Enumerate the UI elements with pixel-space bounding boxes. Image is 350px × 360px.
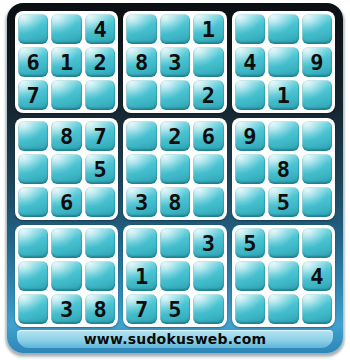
cell-r7c8[interactable]	[268, 228, 298, 258]
cell-r5c9[interactable]	[302, 154, 332, 184]
cell-r5c1[interactable]	[18, 154, 48, 184]
cell-r9c4: 7	[126, 294, 156, 324]
cell-r5c2[interactable]	[51, 154, 81, 184]
box-3-3: 54	[232, 225, 335, 327]
cell-r6c3[interactable]	[85, 187, 115, 217]
cell-r9c8[interactable]	[268, 294, 298, 324]
cell-r8c3[interactable]	[85, 261, 115, 291]
cell-r7c5[interactable]	[160, 228, 190, 258]
box-2-3: 985	[232, 118, 335, 220]
cell-r6c1[interactable]	[18, 187, 48, 217]
cell-r1c3: 4	[85, 14, 115, 44]
cell-r3c1: 7	[18, 80, 48, 110]
cell-r3c4[interactable]	[126, 80, 156, 110]
cell-r7c3[interactable]	[85, 228, 115, 258]
cell-r4c3: 7	[85, 121, 115, 151]
cell-r3c9[interactable]	[302, 80, 332, 110]
cell-r6c2: 6	[51, 187, 81, 217]
cell-r4c6: 6	[193, 121, 223, 151]
site-url: www.sudokusweb.com	[84, 331, 267, 347]
cell-r6c8: 5	[268, 187, 298, 217]
cell-r2c4: 8	[126, 47, 156, 77]
cell-r4c5: 2	[160, 121, 190, 151]
box-3-2: 3175	[123, 225, 226, 327]
box-3-1: 38	[15, 225, 118, 327]
cell-r2c9: 9	[302, 47, 332, 77]
cell-r6c4: 3	[126, 187, 156, 217]
cell-r2c5: 3	[160, 47, 190, 77]
cell-r5c8: 8	[268, 154, 298, 184]
cell-r8c8[interactable]	[268, 261, 298, 291]
cell-r5c4[interactable]	[126, 154, 156, 184]
cell-r8c5[interactable]	[160, 261, 190, 291]
cell-r5c7[interactable]	[235, 154, 265, 184]
cell-r3c3[interactable]	[85, 80, 115, 110]
cell-r6c5: 8	[160, 187, 190, 217]
cell-r7c6: 3	[193, 228, 223, 258]
cell-r8c6[interactable]	[193, 261, 223, 291]
box-1-3: 491	[232, 11, 335, 113]
cell-r2c1: 6	[18, 47, 48, 77]
cell-r9c6[interactable]	[193, 294, 223, 324]
cell-r2c2: 1	[51, 47, 81, 77]
cell-r8c9: 4	[302, 261, 332, 291]
cell-r5c3: 5	[85, 154, 115, 184]
cell-r9c2: 3	[51, 294, 81, 324]
cell-r9c5: 5	[160, 294, 190, 324]
sudoku-grid: 4612718324918756263898538317554	[15, 11, 335, 327]
cell-r1c8[interactable]	[268, 14, 298, 44]
cell-r3c8: 1	[268, 80, 298, 110]
cell-r9c3: 8	[85, 294, 115, 324]
cell-r3c6: 2	[193, 80, 223, 110]
cell-r6c6[interactable]	[193, 187, 223, 217]
cell-r7c2[interactable]	[51, 228, 81, 258]
cell-r1c2[interactable]	[51, 14, 81, 44]
cell-r4c9[interactable]	[302, 121, 332, 151]
cell-r1c5[interactable]	[160, 14, 190, 44]
cell-r1c9[interactable]	[302, 14, 332, 44]
cell-r1c6: 1	[193, 14, 223, 44]
cell-r2c3: 2	[85, 47, 115, 77]
cell-r8c7[interactable]	[235, 261, 265, 291]
cell-r4c2: 8	[51, 121, 81, 151]
footer-band: www.sudokusweb.com	[17, 330, 333, 348]
cell-r3c2[interactable]	[51, 80, 81, 110]
cell-r7c9[interactable]	[302, 228, 332, 258]
cell-r6c7[interactable]	[235, 187, 265, 217]
cell-r2c8[interactable]	[268, 47, 298, 77]
cell-r1c7[interactable]	[235, 14, 265, 44]
cell-r4c7: 9	[235, 121, 265, 151]
cell-r8c1[interactable]	[18, 261, 48, 291]
box-2-2: 2638	[123, 118, 226, 220]
box-2-1: 8756	[15, 118, 118, 220]
cell-r5c6[interactable]	[193, 154, 223, 184]
cell-r3c7[interactable]	[235, 80, 265, 110]
box-1-2: 1832	[123, 11, 226, 113]
cell-r3c5[interactable]	[160, 80, 190, 110]
cell-r7c7: 5	[235, 228, 265, 258]
box-1-1: 46127	[15, 11, 118, 113]
sudoku-board: 4612718324918756263898538317554 www.sudo…	[7, 3, 343, 353]
cell-r2c7: 4	[235, 47, 265, 77]
cell-r4c8[interactable]	[268, 121, 298, 151]
cell-r8c4: 1	[126, 261, 156, 291]
cell-r7c1[interactable]	[18, 228, 48, 258]
cell-r5c5[interactable]	[160, 154, 190, 184]
cell-r1c1[interactable]	[18, 14, 48, 44]
cell-r4c1[interactable]	[18, 121, 48, 151]
cell-r9c9[interactable]	[302, 294, 332, 324]
cell-r9c1[interactable]	[18, 294, 48, 324]
cell-r1c4[interactable]	[126, 14, 156, 44]
cell-r4c4[interactable]	[126, 121, 156, 151]
cell-r6c9[interactable]	[302, 187, 332, 217]
cell-r2c6[interactable]	[193, 47, 223, 77]
cell-r7c4[interactable]	[126, 228, 156, 258]
cell-r8c2[interactable]	[51, 261, 81, 291]
cell-r9c7[interactable]	[235, 294, 265, 324]
